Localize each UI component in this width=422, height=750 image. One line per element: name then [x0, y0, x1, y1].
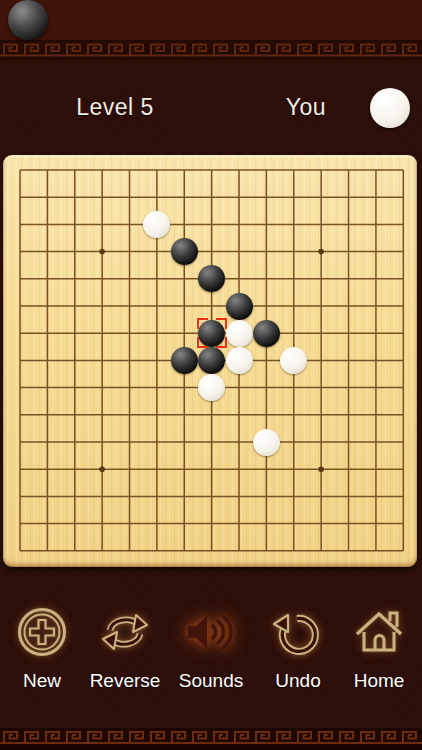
toolbar: New Reverse [0, 602, 422, 712]
sounds-button[interactable]: Sounds [165, 602, 257, 692]
new-button[interactable]: New [0, 602, 84, 692]
header: Level 5 You [0, 60, 422, 155]
black-stone [253, 320, 280, 347]
top-border-pattern [0, 40, 422, 60]
undo-button-label: Undo [256, 670, 340, 692]
white-stone [253, 429, 280, 456]
player-you-label: You [270, 94, 342, 121]
home-icon [337, 602, 421, 662]
sounds-speaker-icon [165, 602, 257, 662]
black-stone [198, 320, 225, 347]
white-stone [226, 320, 253, 347]
home-button[interactable]: Home [337, 602, 421, 692]
black-player-stone-icon [8, 0, 48, 40]
opponent-level-label: Level 5 [70, 94, 160, 121]
white-player-stone-icon [370, 88, 410, 128]
sounds-button-label: Sounds [165, 670, 257, 692]
black-stone [171, 238, 198, 265]
black-stone [226, 293, 253, 320]
app-screen: Level 5 You New [0, 0, 422, 750]
status-strip [0, 0, 422, 40]
reverse-button-label: Reverse [83, 670, 167, 692]
black-stone [198, 347, 225, 374]
board[interactable] [3, 155, 417, 567]
home-button-label: Home [337, 670, 421, 692]
undo-icon [256, 602, 340, 662]
white-stone [280, 347, 307, 374]
reverse-icon [83, 602, 167, 662]
reverse-button[interactable]: Reverse [83, 602, 167, 692]
new-button-label: New [0, 670, 84, 692]
bottom-border-pattern [0, 728, 422, 747]
undo-button[interactable]: Undo [256, 602, 340, 692]
black-stone [171, 347, 198, 374]
white-stone [226, 347, 253, 374]
new-plus-icon [0, 602, 84, 662]
